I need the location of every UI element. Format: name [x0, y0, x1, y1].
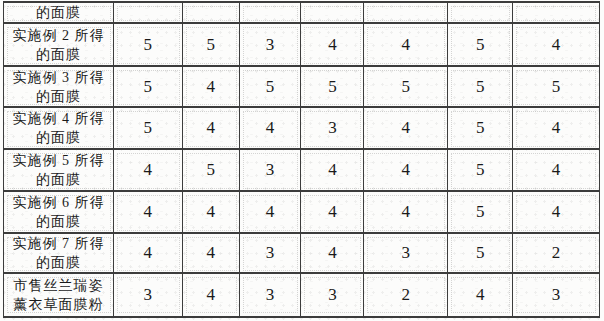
row-label-line: 的面膜 [36, 212, 81, 231]
row-label-cell: 的面膜 [4, 3, 114, 24]
row-label-cell: 实施例 2 所得的面膜 [4, 24, 114, 67]
score-cell: 5 [301, 67, 364, 108]
score-cell: 3 [240, 24, 302, 67]
row-label-cell: 实施例 5 所得的面膜 [4, 150, 114, 193]
score-cell: 4 [301, 234, 364, 274]
score-cell: 4 [183, 108, 240, 150]
score-cell: 3 [114, 274, 183, 317]
score-cell: 5 [448, 234, 513, 274]
row-label-line: 实施例 4 所得 [12, 109, 104, 128]
score-cell: 5 [513, 67, 599, 108]
score-cell: 5 [114, 67, 183, 108]
score-cell: 4 [301, 192, 364, 234]
score-cell [183, 3, 240, 24]
row-label-line: 实施例 2 所得 [12, 26, 104, 45]
score-cell: 4 [301, 150, 364, 193]
score-cell: 4 [513, 24, 599, 67]
score-cell: 5 [448, 24, 513, 67]
score-cell: 4 [364, 108, 448, 150]
row-label-line: 实施例 5 所得 [12, 151, 104, 170]
score-cell: 3 [364, 234, 448, 274]
row-label-line: 的面膜 [36, 170, 81, 189]
row-label-cell: 实施例 6 所得的面膜 [4, 192, 114, 234]
score-cell: 3 [240, 274, 302, 317]
score-cell: 4 [240, 108, 302, 150]
row-label-line: 的面膜 [36, 45, 81, 64]
score-cell: 3 [513, 274, 599, 317]
score-cell: 2 [513, 234, 599, 274]
score-cell: 4 [364, 150, 448, 193]
score-cell: 5 [448, 192, 513, 234]
row-label-cell: 市售丝兰瑞姿薰衣草面膜粉 [4, 274, 114, 317]
score-cell: 4 [448, 274, 513, 317]
document-page: 的面膜实施例 2 所得的面膜5534454实施例 3 所得的面膜5455555实… [0, 0, 604, 321]
score-cell [513, 3, 599, 24]
row-label-line: 的面膜 [36, 128, 81, 147]
score-cell: 5 [183, 24, 240, 67]
score-cell: 4 [114, 150, 183, 193]
row-label-line: 的面膜 [36, 253, 81, 272]
score-cell: 5 [114, 108, 183, 150]
score-cell [301, 3, 364, 24]
score-cell [364, 3, 448, 24]
row-label-line: 实施例 3 所得 [12, 68, 104, 87]
row-label-cell: 实施例 4 所得的面膜 [4, 108, 114, 150]
score-cell: 5 [240, 67, 302, 108]
score-cell: 4 [364, 24, 448, 67]
score-cell: 2 [364, 274, 448, 317]
score-cell: 4 [183, 192, 240, 234]
row-label-line: 的面膜 [36, 3, 81, 22]
score-cell: 4 [240, 192, 302, 234]
score-cell: 4 [513, 108, 599, 150]
score-cell: 5 [448, 150, 513, 193]
score-cell: 4 [513, 150, 599, 193]
score-cell: 3 [301, 108, 364, 150]
row-label-line: 市售丝兰瑞姿 [13, 276, 103, 295]
score-cell: 4 [513, 192, 599, 234]
score-cell: 3 [301, 274, 364, 317]
score-cell: 4 [301, 24, 364, 67]
row-label-line: 实施例 6 所得 [12, 193, 104, 212]
row-label-cell: 实施例 3 所得的面膜 [4, 67, 114, 108]
score-cell: 4 [114, 234, 183, 274]
row-label-line: 实施例 7 所得 [12, 234, 104, 253]
score-cell: 5 [448, 67, 513, 108]
score-cell: 4 [364, 192, 448, 234]
score-cell [240, 3, 302, 24]
row-label-line: 的面膜 [36, 87, 81, 106]
score-cell: 4 [183, 67, 240, 108]
row-label-line: 薰衣草面膜粉 [13, 295, 103, 314]
row-label-cell: 实施例 7 所得的面膜 [4, 234, 114, 274]
score-cell: 4 [183, 234, 240, 274]
score-cell: 3 [240, 234, 302, 274]
score-cell: 5 [364, 67, 448, 108]
score-cell [448, 3, 513, 24]
score-cell: 5 [183, 150, 240, 193]
evaluation-table: 的面膜实施例 2 所得的面膜5534454实施例 3 所得的面膜5455555实… [3, 1, 600, 318]
score-cell: 4 [114, 192, 183, 234]
score-cell: 5 [114, 24, 183, 67]
score-cell: 5 [448, 108, 513, 150]
score-cell: 3 [240, 150, 302, 193]
score-cell: 4 [183, 274, 240, 317]
score-cell [114, 3, 183, 24]
